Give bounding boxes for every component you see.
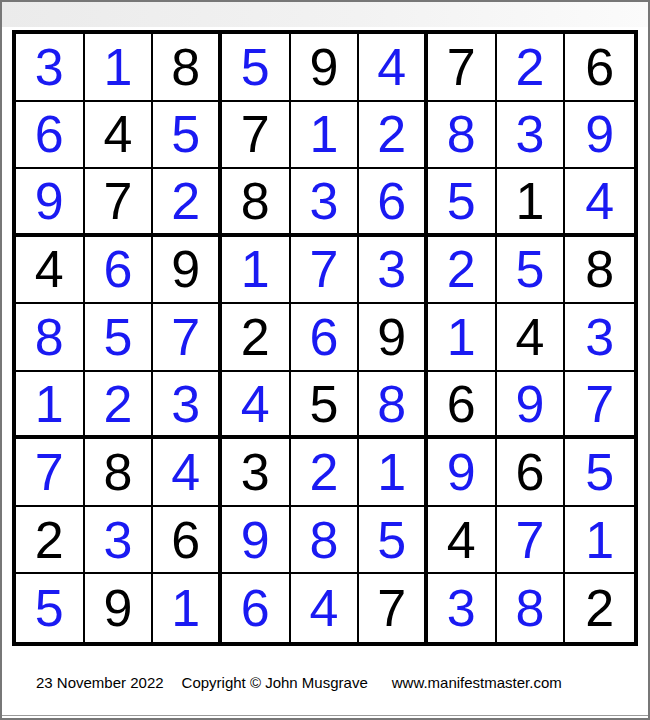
sudoku-board: 3185947266457128399728365144691732588572… bbox=[12, 30, 638, 646]
cell-r1c6-solved: 4 bbox=[359, 34, 428, 102]
cell-r1c7-given: 7 bbox=[428, 34, 497, 102]
cell-r1c5-given: 9 bbox=[291, 34, 360, 102]
cell-r8c2-solved: 3 bbox=[85, 507, 154, 575]
cell-r6c9-solved: 7 bbox=[565, 372, 634, 440]
cell-r7c7-solved: 9 bbox=[428, 439, 497, 507]
cell-r8c7-given: 4 bbox=[428, 507, 497, 575]
cell-r4c5-solved: 7 bbox=[291, 237, 360, 305]
cell-r6c8-solved: 9 bbox=[497, 372, 566, 440]
footer-copyright: Copyright © John Musgrave bbox=[182, 674, 368, 691]
cell-r5c8-given: 4 bbox=[497, 304, 566, 372]
cell-r7c4-given: 3 bbox=[222, 439, 291, 507]
cell-r3c9-solved: 4 bbox=[565, 169, 634, 237]
cell-r4c3-given: 9 bbox=[153, 237, 222, 305]
cell-r7c1-solved: 7 bbox=[16, 439, 85, 507]
cell-r9c4-solved: 6 bbox=[222, 574, 291, 642]
cell-r5c1-solved: 8 bbox=[16, 304, 85, 372]
cell-r9c9-given: 2 bbox=[565, 574, 634, 642]
cell-r1c3-given: 8 bbox=[153, 34, 222, 102]
cell-r2c2-given: 4 bbox=[85, 102, 154, 170]
cell-r7c3-solved: 4 bbox=[153, 439, 222, 507]
cell-r8c3-given: 6 bbox=[153, 507, 222, 575]
cell-r3c4-given: 8 bbox=[222, 169, 291, 237]
cell-r4c6-solved: 3 bbox=[359, 237, 428, 305]
cell-r2c4-given: 7 bbox=[222, 102, 291, 170]
cell-r5c5-solved: 6 bbox=[291, 304, 360, 372]
cell-r7c9-solved: 5 bbox=[565, 439, 634, 507]
cell-r8c9-solved: 1 bbox=[565, 507, 634, 575]
cell-r4c4-solved: 1 bbox=[222, 237, 291, 305]
cell-r8c4-solved: 9 bbox=[222, 507, 291, 575]
cell-r3c5-solved: 3 bbox=[291, 169, 360, 237]
cell-r2c1-solved: 6 bbox=[16, 102, 85, 170]
cell-r1c4-solved: 5 bbox=[222, 34, 291, 102]
cell-r4c7-solved: 2 bbox=[428, 237, 497, 305]
cell-r3c7-solved: 5 bbox=[428, 169, 497, 237]
cell-r7c2-given: 8 bbox=[85, 439, 154, 507]
cell-r5c9-solved: 3 bbox=[565, 304, 634, 372]
window-top-strip bbox=[2, 2, 648, 27]
cell-r3c3-solved: 2 bbox=[153, 169, 222, 237]
cell-r9c3-solved: 1 bbox=[153, 574, 222, 642]
cell-r4c1-given: 4 bbox=[16, 237, 85, 305]
cell-r2c9-solved: 9 bbox=[565, 102, 634, 170]
cell-r1c1-solved: 3 bbox=[16, 34, 85, 102]
cell-r9c1-solved: 5 bbox=[16, 574, 85, 642]
cell-r8c8-solved: 7 bbox=[497, 507, 566, 575]
footer-credit-line: 23 November 2022Copyright © John Musgrav… bbox=[36, 674, 562, 691]
cell-r6c3-solved: 3 bbox=[153, 372, 222, 440]
cell-r6c4-solved: 4 bbox=[222, 372, 291, 440]
window-bottom-edge bbox=[2, 715, 648, 716]
cell-r2c6-solved: 2 bbox=[359, 102, 428, 170]
puzzle-window: 3185947266457128399728365144691732588572… bbox=[0, 0, 650, 720]
cell-r4c8-solved: 5 bbox=[497, 237, 566, 305]
footer-date: 23 November 2022 bbox=[36, 674, 164, 691]
cell-r2c3-solved: 5 bbox=[153, 102, 222, 170]
cell-r6c7-given: 6 bbox=[428, 372, 497, 440]
cell-r7c8-given: 6 bbox=[497, 439, 566, 507]
cell-r6c2-solved: 2 bbox=[85, 372, 154, 440]
cell-r7c6-solved: 1 bbox=[359, 439, 428, 507]
cell-r6c5-given: 5 bbox=[291, 372, 360, 440]
cell-r2c7-solved: 8 bbox=[428, 102, 497, 170]
cell-r5c6-given: 9 bbox=[359, 304, 428, 372]
cell-r6c1-solved: 1 bbox=[16, 372, 85, 440]
cell-r2c5-solved: 1 bbox=[291, 102, 360, 170]
cell-r9c7-solved: 3 bbox=[428, 574, 497, 642]
cell-r2c8-solved: 3 bbox=[497, 102, 566, 170]
cell-r4c9-given: 8 bbox=[565, 237, 634, 305]
cell-r1c2-solved: 1 bbox=[85, 34, 154, 102]
cell-r3c6-solved: 6 bbox=[359, 169, 428, 237]
cell-r9c8-solved: 8 bbox=[497, 574, 566, 642]
footer-website: www.manifestmaster.com bbox=[392, 674, 562, 691]
cell-r5c3-solved: 7 bbox=[153, 304, 222, 372]
cell-r5c4-given: 2 bbox=[222, 304, 291, 372]
cell-r5c2-solved: 5 bbox=[85, 304, 154, 372]
cell-r4c2-solved: 6 bbox=[85, 237, 154, 305]
cell-r3c8-given: 1 bbox=[497, 169, 566, 237]
cell-r8c6-solved: 5 bbox=[359, 507, 428, 575]
cell-r1c9-given: 6 bbox=[565, 34, 634, 102]
cell-r3c1-solved: 9 bbox=[16, 169, 85, 237]
cell-r9c5-solved: 4 bbox=[291, 574, 360, 642]
cell-r1c8-solved: 2 bbox=[497, 34, 566, 102]
cell-r3c2-given: 7 bbox=[85, 169, 154, 237]
cell-r8c1-given: 2 bbox=[16, 507, 85, 575]
cell-r5c7-solved: 1 bbox=[428, 304, 497, 372]
cell-r6c6-solved: 8 bbox=[359, 372, 428, 440]
cell-r9c2-given: 9 bbox=[85, 574, 154, 642]
cell-r8c5-solved: 8 bbox=[291, 507, 360, 575]
cell-r9c6-given: 7 bbox=[359, 574, 428, 642]
cell-r7c5-solved: 2 bbox=[291, 439, 360, 507]
